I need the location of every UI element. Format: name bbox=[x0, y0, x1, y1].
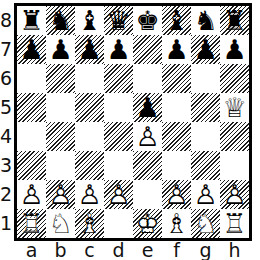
square-c4[interactable] bbox=[75, 122, 104, 151]
square-c2[interactable]: ♟♙ bbox=[75, 180, 104, 209]
square-a6[interactable] bbox=[17, 64, 46, 93]
rank-label-3: 3 bbox=[0, 151, 12, 180]
square-h2[interactable]: ♟♙ bbox=[220, 180, 249, 209]
square-a8[interactable]: ♜ bbox=[17, 6, 46, 35]
rank-label-8: 8 bbox=[0, 6, 12, 35]
square-f6[interactable] bbox=[162, 64, 191, 93]
square-h3[interactable] bbox=[220, 151, 249, 180]
square-b6[interactable] bbox=[46, 64, 75, 93]
square-h5[interactable]: ♛♕ bbox=[220, 93, 249, 122]
square-g2[interactable]: ♟♙ bbox=[191, 180, 220, 209]
square-a4[interactable] bbox=[17, 122, 46, 151]
square-f5[interactable] bbox=[162, 93, 191, 122]
square-d4[interactable] bbox=[104, 122, 133, 151]
black-bishop[interactable]: ♝ bbox=[162, 6, 191, 35]
black-bishop[interactable]: ♝ bbox=[75, 6, 104, 35]
black-rook[interactable]: ♜ bbox=[220, 6, 249, 35]
file-label-h: h bbox=[220, 241, 249, 259]
black-pawn[interactable]: ♟ bbox=[46, 35, 75, 64]
square-f7[interactable]: ♟ bbox=[162, 35, 191, 64]
square-a5[interactable] bbox=[17, 93, 46, 122]
square-c6[interactable] bbox=[75, 64, 104, 93]
black-king[interactable]: ♚ bbox=[133, 6, 162, 35]
square-d2[interactable]: ♟♙ bbox=[104, 180, 133, 209]
square-e7[interactable] bbox=[133, 35, 162, 64]
square-b1[interactable]: ♞♘ bbox=[46, 209, 75, 238]
black-pawn[interactable]: ♟ bbox=[17, 35, 46, 64]
rank-label-6: 6 bbox=[0, 64, 12, 93]
square-b3[interactable] bbox=[46, 151, 75, 180]
white-pawn[interactable]: ♙ bbox=[191, 180, 220, 209]
square-g1[interactable]: ♞♘ bbox=[191, 209, 220, 238]
square-b4[interactable] bbox=[46, 122, 75, 151]
square-f4[interactable] bbox=[162, 122, 191, 151]
white-pawn[interactable]: ♙ bbox=[17, 180, 46, 209]
square-g6[interactable] bbox=[191, 64, 220, 93]
square-c8[interactable]: ♝ bbox=[75, 6, 104, 35]
file-label-f: f bbox=[162, 241, 191, 259]
black-pawn[interactable]: ♟ bbox=[191, 35, 220, 64]
square-h1[interactable]: ♜♖ bbox=[220, 209, 249, 238]
square-e8[interactable]: ♚ bbox=[133, 6, 162, 35]
square-c1[interactable]: ♝♗ bbox=[75, 209, 104, 238]
square-g7[interactable]: ♟ bbox=[191, 35, 220, 64]
square-d6[interactable] bbox=[104, 64, 133, 93]
white-queen[interactable]: ♕ bbox=[220, 93, 249, 122]
square-h4[interactable] bbox=[220, 122, 249, 151]
square-e2[interactable] bbox=[133, 180, 162, 209]
white-bishop[interactable]: ♗ bbox=[75, 209, 104, 238]
black-rook[interactable]: ♜ bbox=[17, 6, 46, 35]
square-d8[interactable]: ♛ bbox=[104, 6, 133, 35]
white-pawn[interactable]: ♙ bbox=[75, 180, 104, 209]
white-bishop[interactable]: ♗ bbox=[162, 209, 191, 238]
square-a3[interactable] bbox=[17, 151, 46, 180]
black-pawn[interactable]: ♟ bbox=[220, 35, 249, 64]
square-e3[interactable] bbox=[133, 151, 162, 180]
square-f8[interactable]: ♝ bbox=[162, 6, 191, 35]
square-c7[interactable]: ♟ bbox=[75, 35, 104, 64]
square-b2[interactable]: ♟♙ bbox=[46, 180, 75, 209]
square-e5[interactable]: ♟ bbox=[133, 93, 162, 122]
rank-label-4: 4 bbox=[0, 122, 12, 151]
square-a2[interactable]: ♟♙ bbox=[17, 180, 46, 209]
square-b5[interactable] bbox=[46, 93, 75, 122]
square-g4[interactable] bbox=[191, 122, 220, 151]
square-c5[interactable] bbox=[75, 93, 104, 122]
square-g5[interactable] bbox=[191, 93, 220, 122]
white-king[interactable]: ♔ bbox=[133, 209, 162, 238]
black-knight[interactable]: ♞ bbox=[191, 6, 220, 35]
square-h6[interactable] bbox=[220, 64, 249, 93]
file-label-c: c bbox=[75, 241, 104, 259]
black-knight[interactable]: ♞ bbox=[46, 6, 75, 35]
square-f2[interactable]: ♟♙ bbox=[162, 180, 191, 209]
square-c3[interactable] bbox=[75, 151, 104, 180]
file-label-d: d bbox=[104, 241, 133, 259]
rank-label-5: 5 bbox=[0, 93, 12, 122]
square-d5[interactable] bbox=[104, 93, 133, 122]
white-pawn[interactable]: ♙ bbox=[162, 180, 191, 209]
square-a7[interactable]: ♟ bbox=[17, 35, 46, 64]
square-g3[interactable] bbox=[191, 151, 220, 180]
white-rook[interactable]: ♖ bbox=[17, 209, 46, 238]
white-pawn[interactable]: ♙ bbox=[46, 180, 75, 209]
square-f3[interactable] bbox=[162, 151, 191, 180]
file-label-b: b bbox=[46, 241, 75, 259]
white-rook[interactable]: ♖ bbox=[220, 209, 249, 238]
square-d7[interactable]: ♟ bbox=[104, 35, 133, 64]
square-h7[interactable]: ♟ bbox=[220, 35, 249, 64]
file-label-e: e bbox=[133, 241, 162, 259]
black-pawn[interactable]: ♟ bbox=[133, 93, 162, 122]
square-e6[interactable] bbox=[133, 64, 162, 93]
square-e1[interactable]: ♚♔ bbox=[133, 209, 162, 238]
file-label-a: a bbox=[17, 241, 46, 259]
white-pawn[interactable]: ♙ bbox=[220, 180, 249, 209]
square-f1[interactable]: ♝♗ bbox=[162, 209, 191, 238]
square-b7[interactable]: ♟ bbox=[46, 35, 75, 64]
black-pawn[interactable]: ♟ bbox=[162, 35, 191, 64]
white-pawn[interactable]: ♙ bbox=[133, 122, 162, 151]
square-b8[interactable]: ♞ bbox=[46, 6, 75, 35]
black-pawn[interactable]: ♟ bbox=[75, 35, 104, 64]
rank-label-1: 1 bbox=[0, 209, 12, 238]
white-knight[interactable]: ♘ bbox=[46, 209, 75, 238]
square-a1[interactable]: ♜♖ bbox=[17, 209, 46, 238]
file-label-g: g bbox=[191, 241, 220, 259]
rank-label-2: 2 bbox=[0, 180, 12, 209]
square-d3[interactable] bbox=[104, 151, 133, 180]
white-knight[interactable]: ♘ bbox=[191, 209, 220, 238]
square-d1[interactable] bbox=[104, 209, 133, 238]
white-pawn[interactable]: ♙ bbox=[104, 180, 133, 209]
chess-board: ♜♞♝♛♚♝♞♜♟♟♟♟♟♟♟♟♛♕♟♙♟♙♟♙♟♙♟♙♟♙♟♙♟♙♜♖♞♘♝♗… bbox=[14, 3, 252, 241]
square-h8[interactable]: ♜ bbox=[220, 6, 249, 35]
black-queen[interactable]: ♛ bbox=[104, 6, 133, 35]
chess-diagram: ♜♞♝♛♚♝♞♜♟♟♟♟♟♟♟♟♛♕♟♙♟♙♟♙♟♙♟♙♟♙♟♙♟♙♜♖♞♘♝♗… bbox=[0, 0, 260, 260]
square-g8[interactable]: ♞ bbox=[191, 6, 220, 35]
square-e4[interactable]: ♟♙ bbox=[133, 122, 162, 151]
black-pawn[interactable]: ♟ bbox=[104, 35, 133, 64]
rank-label-7: 7 bbox=[0, 35, 12, 64]
